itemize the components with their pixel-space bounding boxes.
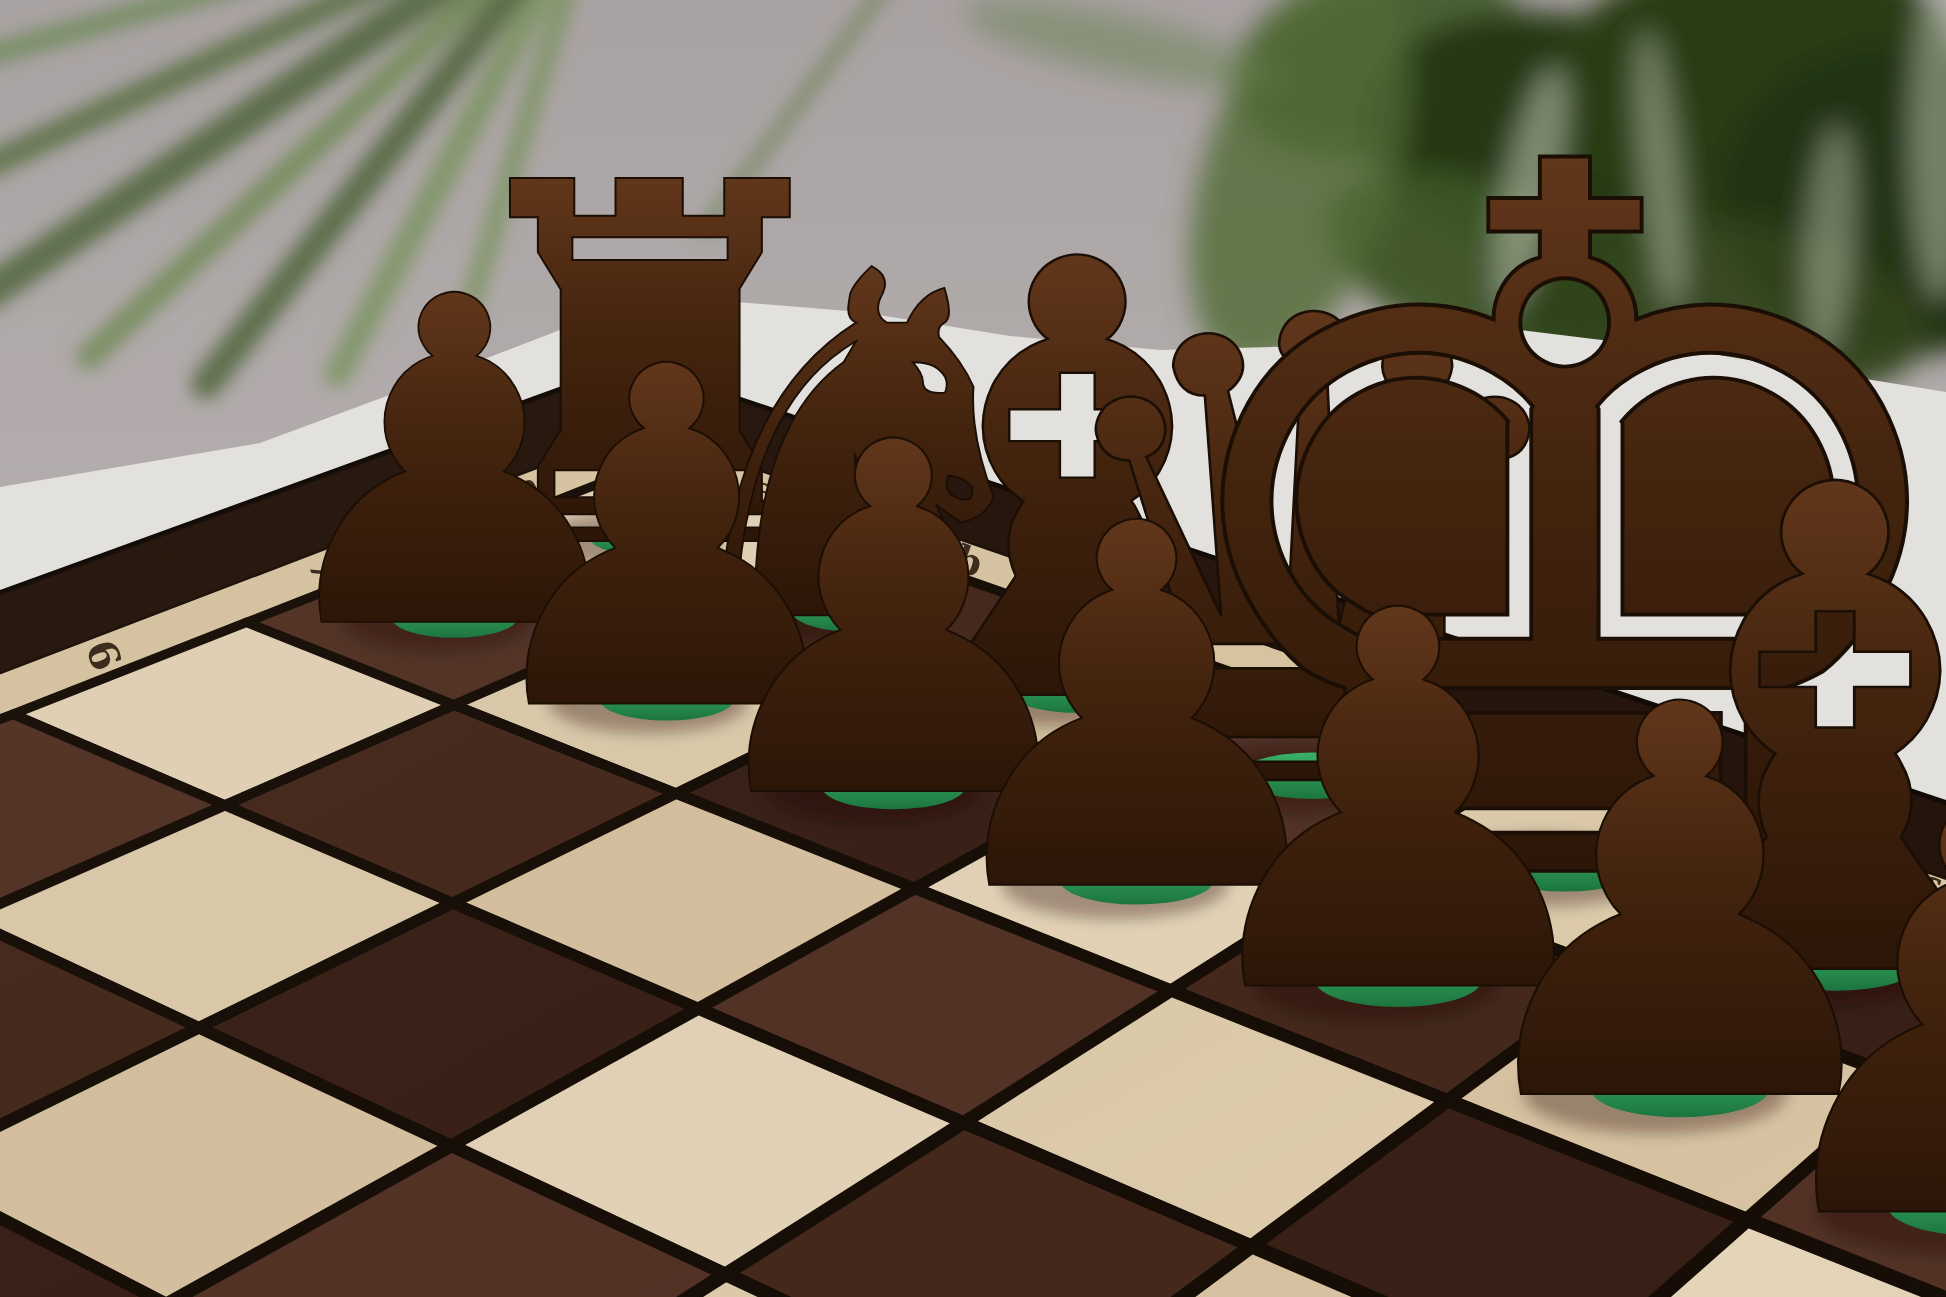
white-pawn-glyph: ♙ (0, 1169, 442, 1297)
piece-white-pawn-e2[interactable]: ♙ (0, 1169, 442, 1297)
chessboard-photo: abcdef876♜♞♟♝♟♛♟♚♟♝♟♟♟♙ (0, 0, 1946, 1297)
black-pawn-glyph: ♟ (1733, 689, 1946, 1297)
photo-scene: abcdef876♜♞♟♝♟♛♟♚♟♝♟♟♟♙ (0, 0, 1946, 1297)
piece-black-pawn-g7[interactable]: ♟ (1733, 689, 1946, 1297)
